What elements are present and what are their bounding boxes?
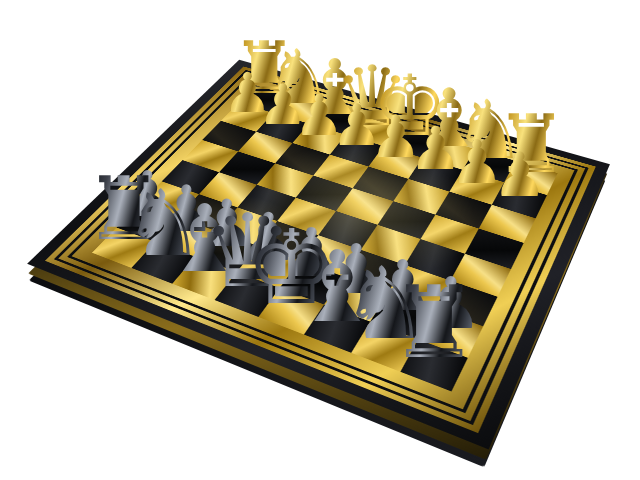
pieces-layer: ♜♞♝♛♚♝♞♜♟♟♟♟♟♟♟♟♟♟♟♟♟♟♟♟♜♞♝♛♚♝♞♜	[0, 0, 640, 480]
piece-black-rook-h1: ♜	[390, 273, 479, 373]
piece-gold-pawn-h7: ♟	[492, 144, 547, 205]
chess-set-photo: ♜♞♝♛♚♝♞♜♟♟♟♟♟♟♟♟♟♟♟♟♟♟♟♟♜♞♝♛♚♝♞♜	[0, 0, 640, 480]
